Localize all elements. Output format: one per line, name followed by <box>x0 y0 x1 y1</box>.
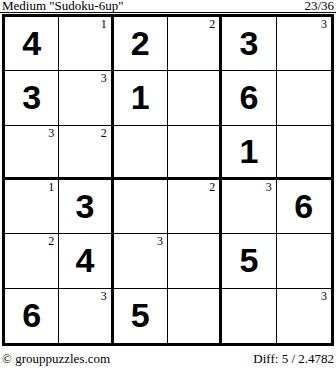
page-title: Medium "Sudoku-6up" <box>2 0 123 12</box>
grid-cell-r0c3[interactable]: 2 <box>168 17 222 71</box>
grid-cell-r1c3[interactable] <box>168 71 222 125</box>
grid-cell-r5c4[interactable] <box>222 289 276 343</box>
grid-cell-r3c2[interactable] <box>114 180 168 234</box>
given-digit: 5 <box>114 289 167 343</box>
given-digit: 4 <box>59 234 110 287</box>
grid-cell-r4c0[interactable]: 2 <box>5 234 59 288</box>
grid-cell-r5c3[interactable] <box>168 289 222 343</box>
grid-cell-r2c1[interactable]: 2 <box>59 126 113 180</box>
corner-mark: 2 <box>209 180 215 195</box>
grid-cell-r0c5[interactable]: 3 <box>277 17 331 71</box>
given-digit: 6 <box>5 289 58 343</box>
corner-mark: 3 <box>321 289 327 304</box>
grid-cell-r1c1[interactable]: 3 <box>59 71 113 125</box>
grid-cell-r5c0[interactable]: 6 <box>5 289 59 343</box>
grid-cell-r1c2[interactable]: 1 <box>114 71 168 125</box>
grid-cell-r5c1[interactable]: 3 <box>59 289 113 343</box>
corner-mark: 2 <box>101 126 107 141</box>
grid-cell-r4c1[interactable]: 4 <box>59 234 113 288</box>
corner-mark: 3 <box>321 17 327 32</box>
given-digit: 4 <box>5 17 58 70</box>
grid-cell-r1c0[interactable]: 3 <box>5 71 59 125</box>
grid-cell-r1c4[interactable]: 6 <box>222 71 276 125</box>
grid-cell-r0c2[interactable]: 2 <box>114 17 168 71</box>
grid-cell-r3c5[interactable]: 6 <box>277 180 331 234</box>
puzzle-page: Medium "Sudoku-6up" 23/36 41223333163211… <box>0 0 336 370</box>
grid-cell-r0c4[interactable]: 3 <box>222 17 276 71</box>
grid-cell-r4c4[interactable]: 5 <box>222 234 276 288</box>
given-digit: 3 <box>5 71 58 124</box>
corner-mark: 2 <box>48 234 54 249</box>
given-digit: 1 <box>222 126 275 177</box>
grid-cell-r4c3[interactable] <box>168 234 222 288</box>
sudoku-grid: 41223333163211323624356353 <box>2 14 334 346</box>
corner-mark: 1 <box>48 180 54 195</box>
corner-mark: 1 <box>101 17 107 32</box>
corner-mark: 3 <box>101 289 107 304</box>
grid-cell-r2c4[interactable]: 1 <box>222 126 276 180</box>
grid-cell-r3c3[interactable]: 2 <box>168 180 222 234</box>
given-digit: 3 <box>59 180 110 233</box>
grid-cell-r4c5[interactable] <box>277 234 331 288</box>
header-divider <box>0 12 336 13</box>
grid-cell-r1c5[interactable] <box>277 71 331 125</box>
given-digit: 5 <box>222 234 275 287</box>
copyright-text: © grouppuzzles.com <box>2 352 110 366</box>
corner-mark: 3 <box>266 180 272 195</box>
corner-mark: 3 <box>157 234 163 249</box>
grid-cell-r2c2[interactable] <box>114 126 168 180</box>
difficulty-text: Diff: 5 / 2.4782 <box>253 352 334 366</box>
corner-mark: 2 <box>209 17 215 32</box>
given-digit: 1 <box>114 71 167 124</box>
grid-cell-r0c0[interactable]: 4 <box>5 17 59 71</box>
given-digit: 3 <box>222 17 275 70</box>
cell-counter: 23/36 <box>304 0 334 12</box>
corner-mark: 3 <box>48 126 54 141</box>
corner-mark: 3 <box>101 71 107 86</box>
grid-cell-r3c1[interactable]: 3 <box>59 180 113 234</box>
grid-cell-r3c0[interactable]: 1 <box>5 180 59 234</box>
grid-cell-r2c0[interactable]: 3 <box>5 126 59 180</box>
grid-cell-r2c3[interactable] <box>168 126 222 180</box>
grid-cell-r5c2[interactable]: 5 <box>114 289 168 343</box>
grid-cell-r4c2[interactable]: 3 <box>114 234 168 288</box>
given-digit: 6 <box>222 71 275 124</box>
grid-cell-r0c1[interactable]: 1 <box>59 17 113 71</box>
grid-cell-r5c5[interactable]: 3 <box>277 289 331 343</box>
given-digit: 2 <box>114 17 167 70</box>
grid-cell-r3c4[interactable]: 3 <box>222 180 276 234</box>
given-digit: 6 <box>277 180 331 233</box>
grid-cell-r2c5[interactable] <box>277 126 331 180</box>
